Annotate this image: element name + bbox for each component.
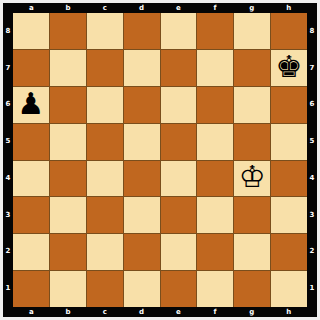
file-label-g: g	[234, 3, 271, 13]
square-b6[interactable]	[50, 87, 86, 123]
rank-label-5: 5	[307, 123, 317, 160]
top-file-labels: abcdefgh	[13, 3, 307, 13]
rank-label-1: 1	[3, 270, 13, 307]
file-label-b: b	[50, 307, 87, 317]
square-h6[interactable]	[271, 87, 307, 123]
square-h7[interactable]: ♚	[271, 50, 307, 86]
chess-board: ♚♟♔	[13, 13, 307, 307]
square-b4[interactable]	[50, 161, 86, 197]
board-frame: abcdefgh abcdefgh 87654321 87654321 ♚♟♔	[3, 3, 317, 317]
file-label-h: h	[270, 307, 307, 317]
file-label-a: a	[13, 3, 50, 13]
rank-label-6: 6	[307, 87, 317, 124]
piece-black-pawn[interactable]: ♟	[17, 89, 44, 119]
file-label-a: a	[13, 307, 50, 317]
square-g1[interactable]	[234, 271, 270, 307]
file-label-e: e	[160, 3, 197, 13]
right-rank-labels: 87654321	[307, 13, 317, 307]
square-e7[interactable]	[161, 50, 197, 86]
square-c6[interactable]	[87, 87, 123, 123]
square-e2[interactable]	[161, 234, 197, 270]
rank-label-2: 2	[307, 234, 317, 271]
square-f4[interactable]	[197, 161, 233, 197]
file-label-f: f	[197, 3, 234, 13]
square-c2[interactable]	[87, 234, 123, 270]
chess-diagram: abcdefgh abcdefgh 87654321 87654321 ♚♟♔	[0, 0, 320, 320]
square-a4[interactable]	[13, 161, 49, 197]
bottom-file-labels: abcdefgh	[13, 307, 307, 317]
square-c4[interactable]	[87, 161, 123, 197]
file-label-f: f	[197, 307, 234, 317]
square-g8[interactable]	[234, 13, 270, 49]
square-h2[interactable]	[271, 234, 307, 270]
rank-label-5: 5	[3, 123, 13, 160]
rank-label-8: 8	[3, 13, 13, 50]
rank-label-8: 8	[307, 13, 317, 50]
square-a8[interactable]	[13, 13, 49, 49]
square-b8[interactable]	[50, 13, 86, 49]
rank-label-4: 4	[307, 160, 317, 197]
square-b7[interactable]	[50, 50, 86, 86]
square-e6[interactable]	[161, 87, 197, 123]
square-b1[interactable]	[50, 271, 86, 307]
square-f8[interactable]	[197, 13, 233, 49]
square-h5[interactable]	[271, 124, 307, 160]
square-e3[interactable]	[161, 197, 197, 233]
square-d3[interactable]	[124, 197, 160, 233]
square-g4[interactable]: ♔	[234, 161, 270, 197]
square-d5[interactable]	[124, 124, 160, 160]
square-d7[interactable]	[124, 50, 160, 86]
square-e1[interactable]	[161, 271, 197, 307]
rank-label-7: 7	[307, 50, 317, 87]
square-c7[interactable]	[87, 50, 123, 86]
rank-label-3: 3	[307, 197, 317, 234]
file-label-c: c	[87, 3, 124, 13]
square-c8[interactable]	[87, 13, 123, 49]
square-b3[interactable]	[50, 197, 86, 233]
piece-white-king[interactable]: ♔	[239, 162, 266, 192]
square-g7[interactable]	[234, 50, 270, 86]
square-c1[interactable]	[87, 271, 123, 307]
square-f1[interactable]	[197, 271, 233, 307]
square-e5[interactable]	[161, 124, 197, 160]
file-label-e: e	[160, 307, 197, 317]
square-a6[interactable]: ♟	[13, 87, 49, 123]
square-d8[interactable]	[124, 13, 160, 49]
square-h1[interactable]	[271, 271, 307, 307]
square-g5[interactable]	[234, 124, 270, 160]
square-g6[interactable]	[234, 87, 270, 123]
square-h8[interactable]	[271, 13, 307, 49]
rank-label-3: 3	[3, 197, 13, 234]
file-label-g: g	[234, 307, 271, 317]
square-b5[interactable]	[50, 124, 86, 160]
left-rank-labels: 87654321	[3, 13, 13, 307]
rank-label-4: 4	[3, 160, 13, 197]
square-f7[interactable]	[197, 50, 233, 86]
square-h3[interactable]	[271, 197, 307, 233]
square-d1[interactable]	[124, 271, 160, 307]
file-label-d: d	[123, 3, 160, 13]
rank-label-6: 6	[3, 87, 13, 124]
square-f5[interactable]	[197, 124, 233, 160]
square-a7[interactable]	[13, 50, 49, 86]
file-label-h: h	[270, 3, 307, 13]
square-d2[interactable]	[124, 234, 160, 270]
rank-label-2: 2	[3, 234, 13, 271]
square-a3[interactable]	[13, 197, 49, 233]
square-g2[interactable]	[234, 234, 270, 270]
square-d6[interactable]	[124, 87, 160, 123]
square-f2[interactable]	[197, 234, 233, 270]
square-c5[interactable]	[87, 124, 123, 160]
file-label-b: b	[50, 3, 87, 13]
square-b2[interactable]	[50, 234, 86, 270]
square-a5[interactable]	[13, 124, 49, 160]
file-label-c: c	[87, 307, 124, 317]
square-a1[interactable]	[13, 271, 49, 307]
square-f3[interactable]	[197, 197, 233, 233]
rank-label-1: 1	[307, 270, 317, 307]
rank-label-7: 7	[3, 50, 13, 87]
square-d4[interactable]	[124, 161, 160, 197]
square-c3[interactable]	[87, 197, 123, 233]
piece-black-king[interactable]: ♚	[276, 52, 303, 82]
square-e8[interactable]	[161, 13, 197, 49]
file-label-d: d	[123, 307, 160, 317]
square-a2[interactable]	[13, 234, 49, 270]
square-g3[interactable]	[234, 197, 270, 233]
square-h4[interactable]	[271, 161, 307, 197]
square-f6[interactable]	[197, 87, 233, 123]
square-e4[interactable]	[161, 161, 197, 197]
